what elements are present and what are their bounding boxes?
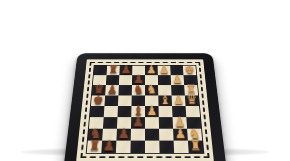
square-r3-c2[interactable]: ♟ — [105, 85, 119, 95]
square-r2-c6[interactable] — [158, 75, 171, 85]
piece-black-R[interactable]: ♜ — [88, 137, 101, 154]
square-r7-c7[interactable]: ♟ — [173, 129, 188, 141]
chess-board-frame: ♜♟♟♟♚♟♟♛♟♞♞♜♚♝♟♛♝♟♟♟♞♟♟♞♜♟♜ — [63, 53, 227, 161]
square-r4-c1[interactable]: ♚ — [91, 95, 105, 106]
square-r1-c8[interactable]: ♚ — [183, 66, 196, 76]
square-r7-c3[interactable]: ♟ — [116, 129, 131, 141]
square-r3-c4[interactable]: ♞ — [132, 85, 145, 95]
piece-white-P[interactable]: ♟ — [173, 93, 184, 107]
square-r8-c4[interactable] — [130, 141, 145, 153]
square-r8-c2[interactable]: ♟ — [101, 141, 116, 153]
square-r1-c2[interactable]: ♜ — [107, 66, 120, 76]
piece-white-B[interactable]: ♝ — [160, 93, 171, 107]
square-r8-c6[interactable] — [159, 141, 174, 153]
square-r1-c3[interactable]: ♟ — [119, 66, 132, 76]
piece-black-R[interactable]: ♜ — [108, 63, 119, 76]
square-r2-c3[interactable] — [119, 75, 132, 85]
square-r4-c3[interactable] — [118, 95, 132, 106]
piece-white-P[interactable]: ♟ — [146, 103, 157, 118]
square-r4-c8[interactable]: ♛ — [185, 95, 199, 106]
piece-black-P[interactable]: ♟ — [107, 83, 118, 97]
square-r8-c1[interactable]: ♜ — [87, 141, 102, 153]
square-r1-c1[interactable] — [94, 66, 107, 76]
square-r5-c5[interactable]: ♟ — [145, 106, 159, 117]
square-r5-c3[interactable] — [117, 106, 131, 117]
photo-background: ♜♟♟♟♚♟♟♛♟♞♞♜♚♝♟♛♝♟♟♟♞♟♟♞♜♟♜ — [0, 0, 290, 161]
square-r6-c5[interactable] — [145, 117, 159, 128]
square-r5-c8[interactable] — [186, 106, 201, 117]
square-r8-c5[interactable] — [145, 141, 160, 153]
decorative-dashed-inlay: ♜♟♟♟♚♟♟♛♟♞♞♜♚♝♟♛♝♟♟♟♞♟♟♞♜♟♜ — [80, 62, 209, 158]
piece-white-N[interactable]: ♞ — [146, 83, 156, 97]
square-r4-c7[interactable]: ♟ — [172, 95, 186, 106]
square-r6-c4[interactable]: ♟ — [131, 117, 145, 128]
piece-white-P[interactable]: ♟ — [172, 73, 183, 86]
perspective-wrapper: ♜♟♟♟♚♟♟♛♟♞♞♜♚♝♟♛♝♟♟♟♞♟♟♞♜♟♜ — [63, 53, 227, 161]
square-r7-c5[interactable] — [145, 129, 159, 141]
piece-black-K[interactable]: ♚ — [92, 93, 104, 107]
maple-border-strip: ♜♟♟♟♚♟♟♛♟♞♞♜♚♝♟♛♝♟♟♟♞♟♟♞♜♟♜ — [76, 59, 214, 161]
square-r1-c5[interactable]: ♟ — [145, 66, 158, 76]
square-r4-c6[interactable]: ♝ — [158, 95, 172, 106]
square-r3-c5[interactable]: ♞ — [145, 85, 158, 95]
square-r5-c2[interactable] — [104, 106, 118, 117]
square-r8-c8[interactable]: ♜ — [188, 141, 203, 153]
square-r7-c4[interactable] — [131, 129, 145, 141]
piece-black-N[interactable]: ♞ — [133, 83, 143, 97]
square-r5-c1[interactable] — [90, 106, 105, 117]
square-r2-c7[interactable]: ♟ — [171, 75, 184, 85]
piece-white-P[interactable]: ♟ — [159, 63, 169, 76]
piece-black-P[interactable]: ♟ — [133, 114, 144, 129]
square-r5-c6[interactable] — [159, 106, 173, 117]
piece-white-P[interactable]: ♟ — [174, 126, 186, 142]
piece-black-P[interactable]: ♟ — [121, 63, 131, 76]
square-r3-c3[interactable] — [118, 85, 132, 95]
piece-white-K[interactable]: ♚ — [184, 63, 195, 76]
square-r6-c6[interactable] — [159, 117, 173, 128]
square-r6-c2[interactable] — [103, 117, 118, 128]
square-r4-c2[interactable] — [104, 95, 118, 106]
square-r8-c7[interactable] — [174, 141, 189, 153]
piece-white-P[interactable]: ♟ — [146, 63, 156, 76]
square-r8-c3[interactable] — [116, 141, 131, 153]
square-r1-c6[interactable]: ♟ — [158, 66, 171, 76]
piece-white-Q[interactable]: ♛ — [186, 93, 198, 107]
piece-black-P[interactable]: ♟ — [103, 137, 115, 154]
chess-board[interactable]: ♜♟♟♟♚♟♟♛♟♞♞♜♚♝♟♛♝♟♟♟♞♟♟♞♜♟♜ — [86, 65, 205, 154]
piece-black-P[interactable]: ♟ — [118, 126, 130, 142]
square-r7-c6[interactable] — [159, 129, 174, 141]
piece-white-R[interactable]: ♜ — [189, 137, 202, 154]
